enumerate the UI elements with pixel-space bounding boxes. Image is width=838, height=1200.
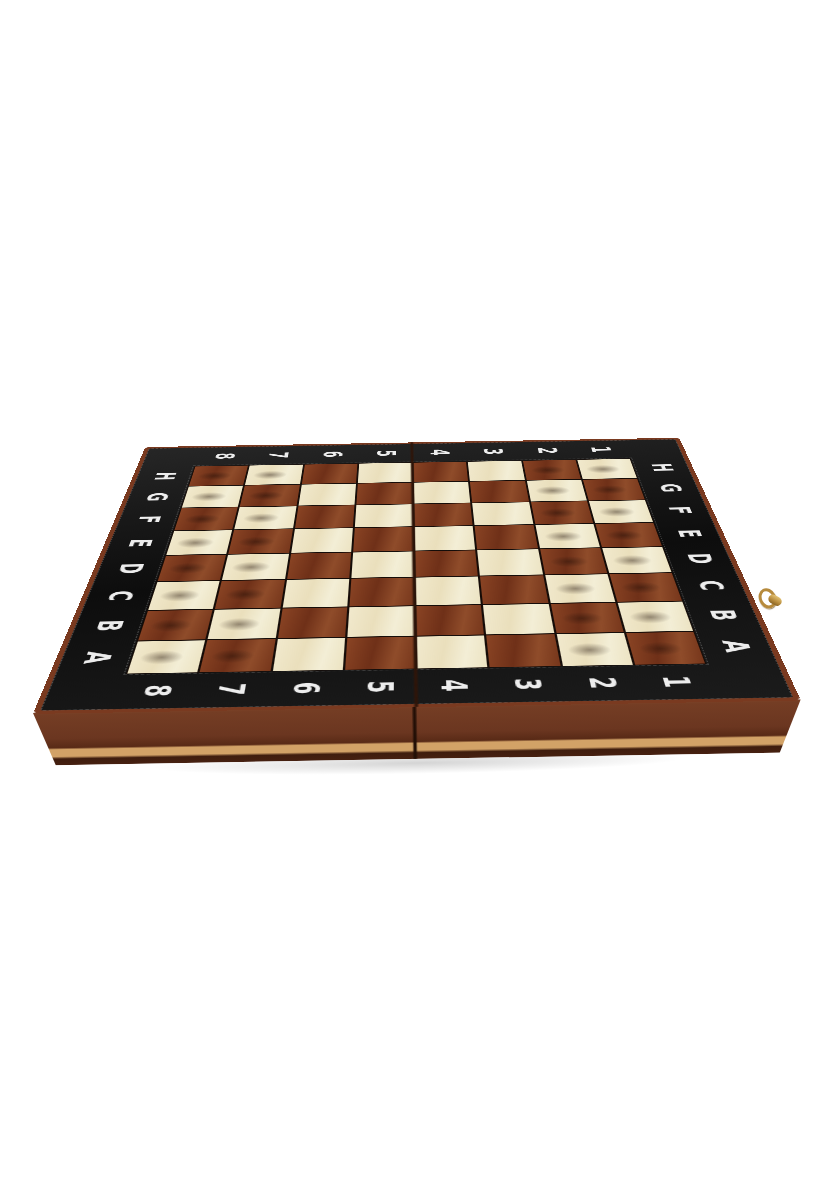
file-label-H-right: H bbox=[646, 463, 676, 471]
file-label-D-right: D bbox=[682, 553, 717, 564]
file-label-A-left: A bbox=[77, 651, 116, 664]
file-label-E-right: E bbox=[672, 529, 705, 538]
rank-label-7-front: 7 bbox=[212, 683, 250, 696]
file-label-F-left: F bbox=[132, 515, 163, 523]
file-label-B-right: B bbox=[703, 609, 741, 621]
file-label-H-left: H bbox=[149, 472, 179, 481]
rank-label-5-front: 5 bbox=[361, 680, 397, 693]
rank-label-2-front: 2 bbox=[583, 676, 622, 689]
rank-label-1-front: 1 bbox=[656, 675, 696, 688]
file-label-B-left: B bbox=[90, 620, 127, 632]
board-perspective-wrapper: 8877665544332211AABBCCDDEEFFGGHH♜♞♝♛♚♝♞♜… bbox=[94, 231, 735, 872]
rank-label-8-back: 8 bbox=[211, 453, 239, 460]
rank-label-2-back: 2 bbox=[533, 447, 560, 454]
chess-board: 8877665544332211AABBCCDDEEFFGGHH♜♞♝♛♚♝♞♜… bbox=[33, 438, 801, 714]
rank-label-4-back: 4 bbox=[426, 449, 452, 456]
rank-label-3-back: 3 bbox=[480, 448, 507, 455]
rank-label-8-front: 8 bbox=[138, 684, 177, 697]
file-label-C-right: C bbox=[692, 580, 728, 590]
rank-label-7-back: 7 bbox=[265, 452, 292, 459]
rank-label-1-back: 1 bbox=[586, 446, 614, 453]
rank-label-4-front: 4 bbox=[435, 679, 471, 692]
rank-label-6-back: 6 bbox=[319, 451, 346, 458]
product-photo: 8877665544332211AABBCCDDEEFFGGHH♜♞♝♛♚♝♞♜… bbox=[0, 0, 838, 1200]
file-label-A-right: A bbox=[716, 640, 755, 653]
brass-clasp bbox=[757, 586, 787, 613]
rank-label-3-front: 3 bbox=[509, 678, 546, 691]
file-label-D-left: D bbox=[112, 563, 146, 574]
file-label-C-left: C bbox=[102, 591, 137, 602]
scene: 8877665544332211AABBCCDDEEFFGGHH♜♞♝♛♚♝♞♜… bbox=[0, 0, 838, 1200]
file-label-F-right: F bbox=[663, 506, 695, 514]
file-label-E-left: E bbox=[123, 539, 155, 548]
rank-label-6-front: 6 bbox=[287, 681, 324, 694]
file-label-G-left: G bbox=[141, 493, 172, 502]
file-label-G-right: G bbox=[654, 484, 685, 493]
rank-label-5-back: 5 bbox=[373, 450, 399, 457]
